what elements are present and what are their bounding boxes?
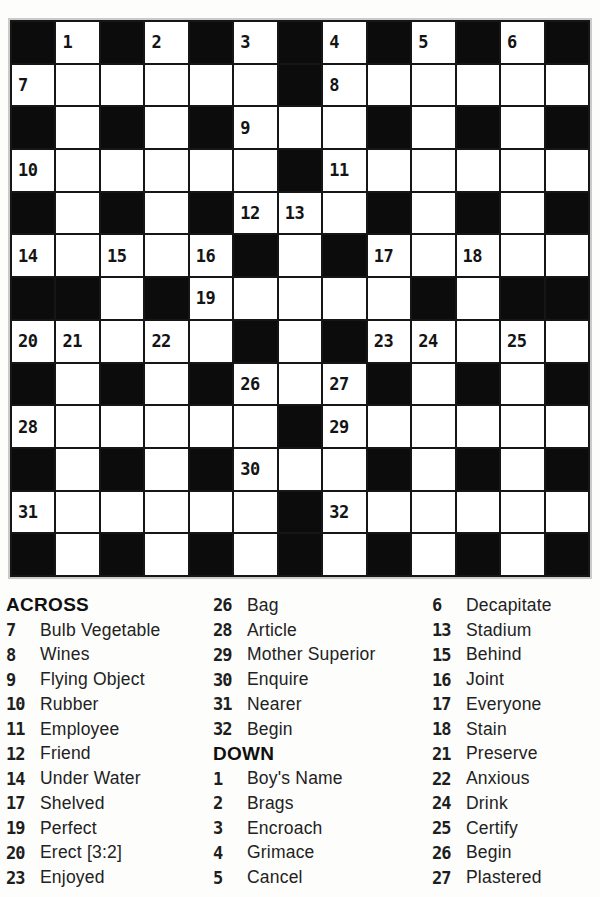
across-header: ACROSS: [6, 594, 89, 616]
cell-r9-c9: [368, 364, 410, 405]
cell-number-9: 9: [240, 118, 250, 138]
cell-r10-c13[interactable]: [546, 406, 588, 447]
cell-r13-c8[interactable]: [323, 534, 365, 575]
cell-r12-c9[interactable]: [368, 492, 410, 533]
clue-number: 8: [6, 645, 40, 665]
cell-r11-c12[interactable]: [501, 449, 543, 490]
clue-text: Plastered: [466, 867, 542, 888]
clue-text: Anxious: [466, 768, 530, 789]
cell-r7-c3[interactable]: [101, 278, 143, 319]
down-clue-24: 24Drink: [432, 791, 598, 816]
clue-number: 16: [432, 670, 466, 690]
clue-number: 31: [213, 694, 247, 714]
cell-r10-c3[interactable]: [101, 406, 143, 447]
cell-r13-c6[interactable]: [234, 534, 276, 575]
clue-text: Begin: [247, 719, 293, 740]
cell-r7-c4: [145, 278, 187, 319]
cell-r2-c10[interactable]: [412, 65, 454, 106]
cell-r4-c13[interactable]: [546, 150, 588, 191]
cell-r4-c5[interactable]: [190, 150, 232, 191]
cell-r7-c12: [501, 278, 543, 319]
cell-number-28: 28: [18, 417, 37, 437]
cell-r13-c10[interactable]: [412, 534, 454, 575]
clue-number: 7: [6, 620, 40, 640]
cell-number-5: 5: [418, 33, 428, 53]
down-clue-26: 26Begin: [432, 841, 598, 866]
across-clue-19: 19Perfect: [6, 816, 212, 841]
across-clue-9: 9Flying Object: [6, 667, 212, 692]
clue-text: Bag: [247, 595, 279, 616]
cell-r9-c2[interactable]: [56, 364, 98, 405]
cell-r5-c2[interactable]: [56, 193, 98, 234]
cell-r5-c1: [12, 193, 54, 234]
across-clue-7: 7Bulb Vegetable: [6, 618, 212, 643]
clue-number: 4: [213, 843, 247, 863]
cell-r3-c7[interactable]: [279, 107, 321, 148]
clue-text: Friend: [40, 743, 91, 764]
cell-r6-c1[interactable]: 14: [12, 235, 54, 276]
cell-r9-c1: [12, 364, 54, 405]
clue-text: Stadium: [466, 620, 532, 641]
down-clue-21: 21Preserve: [432, 742, 598, 767]
cell-r4-c11[interactable]: [457, 150, 499, 191]
cell-r1-c1: [12, 22, 54, 63]
cell-r11-c6[interactable]: 30: [234, 449, 276, 490]
clue-number: 10: [6, 694, 40, 714]
cell-r13-c7: [279, 534, 321, 575]
cell-r13-c4[interactable]: [145, 534, 187, 575]
cell-r11-c9: [368, 449, 410, 490]
cell-r3-c5: [190, 107, 232, 148]
cell-r7-c2: [56, 278, 98, 319]
clue-column-1: ACROSS7Bulb Vegetable8Wines9Flying Objec…: [6, 593, 212, 890]
cell-r3-c10[interactable]: [412, 107, 454, 148]
cell-r10-c1[interactable]: 28: [12, 406, 54, 447]
clue-text: Brags: [247, 793, 294, 814]
cell-r5-c10[interactable]: [412, 193, 454, 234]
cell-number-30: 30: [240, 460, 259, 480]
cell-r5-c6[interactable]: 12: [234, 193, 276, 234]
cell-r2-c9[interactable]: [368, 65, 410, 106]
cell-r12-c4[interactable]: [145, 492, 187, 533]
cell-r9-c7[interactable]: [279, 364, 321, 405]
cell-r7-c6[interactable]: [234, 278, 276, 319]
cell-r5-c12[interactable]: [501, 193, 543, 234]
cell-r1-c6[interactable]: 3: [234, 22, 276, 63]
cell-number-26: 26: [240, 374, 259, 394]
cell-number-6: 6: [507, 33, 517, 53]
cell-r2-c11[interactable]: [457, 65, 499, 106]
cell-r9-c3: [101, 364, 143, 405]
clue-number: 32: [213, 719, 247, 739]
cell-r1-c10[interactable]: 5: [412, 22, 454, 63]
cell-r2-c1[interactable]: 7: [12, 65, 54, 106]
clue-text: Employee: [40, 719, 119, 740]
clue-number: 26: [432, 843, 466, 863]
cell-r11-c7[interactable]: [279, 449, 321, 490]
cell-number-23: 23: [374, 332, 393, 352]
clue-text: Erect [3:2]: [40, 842, 122, 863]
cell-r6-c9[interactable]: 17: [368, 235, 410, 276]
across-clue-8: 8Wines: [6, 643, 212, 668]
cell-r1-c3: [101, 22, 143, 63]
cell-r9-c5: [190, 364, 232, 405]
clue-text: Begin: [466, 842, 512, 863]
cell-r7-c7[interactable]: [279, 278, 321, 319]
cell-r9-c12[interactable]: [501, 364, 543, 405]
clue-text: Wines: [40, 644, 90, 665]
crossword-grid: 1234567891011121314151617181920212223242…: [10, 20, 590, 577]
clue-text: Everyone: [466, 694, 542, 715]
across-clue-20: 20Erect [3:2]: [6, 841, 212, 866]
cell-r2-c2[interactable]: [56, 65, 98, 106]
cell-r11-c1: [12, 449, 54, 490]
cell-number-22: 22: [151, 332, 170, 352]
cell-r2-c3[interactable]: [101, 65, 143, 106]
cell-r10-c5[interactable]: [190, 406, 232, 447]
clue-text: Mother Superior: [247, 644, 375, 665]
cell-r12-c3[interactable]: [101, 492, 143, 533]
clue-text: Decapitate: [466, 595, 552, 616]
clue-number: 15: [432, 645, 466, 665]
cell-r5-c8[interactable]: [323, 193, 365, 234]
cell-r5-c9: [368, 193, 410, 234]
across-clue-29: 29Mother Superior: [213, 643, 427, 668]
cell-r2-c12[interactable]: [501, 65, 543, 106]
cell-number-18: 18: [463, 246, 482, 266]
clue-text: Shelved: [40, 793, 105, 814]
clue-text: Under Water: [40, 768, 141, 789]
cell-r3-c13: [546, 107, 588, 148]
down-clue-1: 1Boy's Name: [213, 766, 427, 791]
cell-r7-c5[interactable]: 19: [190, 278, 232, 319]
clue-number: 23: [6, 868, 40, 888]
cell-r6-c7[interactable]: [279, 235, 321, 276]
cell-r1-c8[interactable]: 4: [323, 22, 365, 63]
clue-number: 22: [432, 769, 466, 789]
cell-r9-c10[interactable]: [412, 364, 454, 405]
cell-r5-c5: [190, 193, 232, 234]
cell-r11-c8[interactable]: [323, 449, 365, 490]
clue-text: Behind: [466, 644, 522, 665]
cell-r10-c7: [279, 406, 321, 447]
clue-number: 29: [213, 645, 247, 665]
cell-r11-c13: [546, 449, 588, 490]
clue-text: Grimace: [247, 842, 315, 863]
cell-r5-c3: [101, 193, 143, 234]
cell-number-16: 16: [196, 246, 215, 266]
down-clue-18: 18Stain: [432, 717, 598, 742]
clue-text: Perfect: [40, 818, 97, 839]
cell-number-29: 29: [329, 417, 348, 437]
cell-r8-c2[interactable]: 21: [56, 321, 98, 362]
down-clue-6: 6Decapitate: [432, 593, 598, 618]
clue-number: 13: [432, 620, 466, 640]
across-clue-12: 12Friend: [6, 742, 212, 767]
cell-r6-c6: [234, 235, 276, 276]
cell-r10-c8[interactable]: 29: [323, 406, 365, 447]
cell-number-21: 21: [62, 332, 81, 352]
cell-r3-c2[interactable]: [56, 107, 98, 148]
cell-r13-c3: [101, 534, 143, 575]
across-clue-30: 30Enquire: [213, 667, 427, 692]
cell-r11-c4[interactable]: [145, 449, 187, 490]
cell-r8-c8: [323, 321, 365, 362]
down-header: DOWN: [213, 743, 274, 765]
cell-number-17: 17: [374, 246, 393, 266]
cell-r11-c10[interactable]: [412, 449, 454, 490]
clue-text: Cancel: [247, 867, 303, 888]
cell-number-8: 8: [329, 75, 339, 95]
cell-r4-c9[interactable]: [368, 150, 410, 191]
cell-r10-c11[interactable]: [457, 406, 499, 447]
clue-number: 2: [213, 793, 247, 813]
cell-r3-c11: [457, 107, 499, 148]
cell-r2-c7: [279, 65, 321, 106]
cell-r4-c7: [279, 150, 321, 191]
cell-r13-c2[interactable]: [56, 534, 98, 575]
clue-text: Enquire: [247, 669, 309, 690]
cell-r5-c13: [546, 193, 588, 234]
clue-column-2: 26Bag28Article29Mother Superior30Enquire…: [213, 593, 427, 890]
down-clue-3: 3Encroach: [213, 816, 427, 841]
clue-number: 17: [432, 694, 466, 714]
clue-text: Encroach: [247, 818, 323, 839]
clue-number: 20: [6, 843, 40, 863]
cell-number-20: 20: [18, 332, 37, 352]
cell-r6-c4[interactable]: [145, 235, 187, 276]
cell-r7-c1: [12, 278, 54, 319]
cell-r8-c9[interactable]: 23: [368, 321, 410, 362]
cell-r8-c10[interactable]: 24: [412, 321, 454, 362]
cell-r12-c11[interactable]: [457, 492, 499, 533]
cell-r7-c9[interactable]: [368, 278, 410, 319]
cell-r4-c12[interactable]: [501, 150, 543, 191]
clue-number: 3: [213, 818, 247, 838]
cell-r6-c2[interactable]: [56, 235, 98, 276]
clue-text: Drink: [466, 793, 508, 814]
cell-r12-c2[interactable]: [56, 492, 98, 533]
cell-r10-c2[interactable]: [56, 406, 98, 447]
cell-r1-c13: [546, 22, 588, 63]
cell-r5-c7[interactable]: 13: [279, 193, 321, 234]
clue-number: 26: [213, 595, 247, 615]
cell-r3-c6[interactable]: 9: [234, 107, 276, 148]
down-clue-4: 4Grimace: [213, 841, 427, 866]
clue-text: Flying Object: [40, 669, 145, 690]
cell-r8-c4[interactable]: 22: [145, 321, 187, 362]
clue-number: 30: [213, 670, 247, 690]
cell-r2-c4[interactable]: [145, 65, 187, 106]
cell-r4-c8[interactable]: 11: [323, 150, 365, 191]
cell-r11-c2[interactable]: [56, 449, 98, 490]
cell-number-2: 2: [151, 33, 161, 53]
cell-r11-c3: [101, 449, 143, 490]
cell-r7-c11[interactable]: [457, 278, 499, 319]
cell-r2-c13[interactable]: [546, 65, 588, 106]
cell-r9-c8[interactable]: 27: [323, 364, 365, 405]
clue-number: 14: [6, 769, 40, 789]
cell-r3-c4[interactable]: [145, 107, 187, 148]
cell-r12-c8[interactable]: 32: [323, 492, 365, 533]
cell-r10-c6[interactable]: [234, 406, 276, 447]
down-clue-25: 25Certify: [432, 816, 598, 841]
cell-r8-c5[interactable]: [190, 321, 232, 362]
cell-number-3: 3: [240, 33, 250, 53]
down-clue-27: 27Plastered: [432, 865, 598, 890]
clue-text: Bulb Vegetable: [40, 620, 161, 641]
clue-number: 28: [213, 620, 247, 640]
cell-r4-c1[interactable]: 10: [12, 150, 54, 191]
cell-r13-c1: [12, 534, 54, 575]
clue-text: Joint: [466, 669, 504, 690]
cell-r11-c5: [190, 449, 232, 490]
cell-number-25: 25: [507, 332, 526, 352]
cell-number-15: 15: [107, 246, 126, 266]
cell-r4-c4[interactable]: [145, 150, 187, 191]
cell-r7-c8[interactable]: [323, 278, 365, 319]
across-clue-23: 23Enjoyed: [6, 865, 212, 890]
cell-number-24: 24: [418, 332, 437, 352]
cell-r6-c10[interactable]: [412, 235, 454, 276]
clue-text: Stain: [466, 719, 507, 740]
cell-r3-c12[interactable]: [501, 107, 543, 148]
cell-r3-c9: [368, 107, 410, 148]
cell-r9-c11: [457, 364, 499, 405]
cell-r9-c13: [546, 364, 588, 405]
cell-r4-c2[interactable]: [56, 150, 98, 191]
cell-number-27: 27: [329, 374, 348, 394]
cell-r12-c10[interactable]: [412, 492, 454, 533]
cell-r12-c12[interactable]: [501, 492, 543, 533]
cell-r9-c4[interactable]: [145, 364, 187, 405]
clue-number: 1: [213, 769, 247, 789]
cell-r10-c9[interactable]: [368, 406, 410, 447]
cell-r13-c12[interactable]: [501, 534, 543, 575]
clue-text: Certify: [466, 818, 518, 839]
cell-r8-c7[interactable]: [279, 321, 321, 362]
cell-r4-c6[interactable]: [234, 150, 276, 191]
clue-number: 18: [432, 719, 466, 739]
clue-number: 24: [432, 793, 466, 813]
down-clue-5: 5Cancel: [213, 865, 427, 890]
down-clue-13: 13Stadium: [432, 618, 598, 643]
cell-r1-c9: [368, 22, 410, 63]
down-clue-22: 22Anxious: [432, 766, 598, 791]
across-clue-26: 26Bag: [213, 593, 427, 618]
cell-r2-c6[interactable]: [234, 65, 276, 106]
cell-r12-c6[interactable]: [234, 492, 276, 533]
cell-r6-c3[interactable]: 15: [101, 235, 143, 276]
down-clue-2: 2Brags: [213, 791, 427, 816]
cell-r13-c13: [546, 534, 588, 575]
cell-r1-c5: [190, 22, 232, 63]
cell-r13-c5: [190, 534, 232, 575]
cell-r6-c12[interactable]: [501, 235, 543, 276]
cell-r1-c2[interactable]: 1: [56, 22, 98, 63]
cell-r8-c13[interactable]: [546, 321, 588, 362]
cell-r4-c3[interactable]: [101, 150, 143, 191]
down-clue-16: 16Joint: [432, 667, 598, 692]
cell-r8-c12[interactable]: 25: [501, 321, 543, 362]
cell-r12-c13[interactable]: [546, 492, 588, 533]
clue-number: 27: [432, 868, 466, 888]
cell-r2-c5[interactable]: [190, 65, 232, 106]
cell-r12-c5[interactable]: [190, 492, 232, 533]
cell-r8-c3[interactable]: [101, 321, 143, 362]
clue-number: 12: [6, 744, 40, 764]
cell-r8-c1[interactable]: 20: [12, 321, 54, 362]
clue-number: 11: [6, 719, 40, 739]
cell-r2-c8[interactable]: 8: [323, 65, 365, 106]
across-clue-11: 11Employee: [6, 717, 212, 742]
cell-r13-c9: [368, 534, 410, 575]
cell-r10-c10[interactable]: [412, 406, 454, 447]
cell-r12-c1[interactable]: 31: [12, 492, 54, 533]
down-clue-17: 17Everyone: [432, 692, 598, 717]
clue-text: Rubber: [40, 694, 99, 715]
across-clue-31: 31Nearer: [213, 692, 427, 717]
cell-r8-c6: [234, 321, 276, 362]
cell-r4-c10[interactable]: [412, 150, 454, 191]
cell-number-10: 10: [18, 161, 37, 181]
cell-r6-c11[interactable]: 18: [457, 235, 499, 276]
clue-number: 9: [6, 670, 40, 690]
cell-number-1: 1: [62, 33, 72, 53]
cell-r6-c5[interactable]: 16: [190, 235, 232, 276]
cell-number-32: 32: [329, 502, 348, 522]
clue-column-3: 6Decapitate13Stadium15Behind16Joint17Eve…: [432, 593, 598, 890]
cell-r11-c11: [457, 449, 499, 490]
cell-r3-c8[interactable]: [323, 107, 365, 148]
cell-r5-c11: [457, 193, 499, 234]
cell-number-31: 31: [18, 502, 37, 522]
cell-r8-c11[interactable]: [457, 321, 499, 362]
clue-number: 5: [213, 868, 247, 888]
clue-number: 25: [432, 818, 466, 838]
cell-r1-c7: [279, 22, 321, 63]
clue-number: 21: [432, 744, 466, 764]
cell-number-4: 4: [329, 33, 339, 53]
clue-text: Enjoyed: [40, 867, 105, 888]
cell-r5-c4[interactable]: [145, 193, 187, 234]
cell-r1-c12[interactable]: 6: [501, 22, 543, 63]
clue-number: 17: [6, 793, 40, 813]
across-clue-10: 10Rubber: [6, 692, 212, 717]
cell-r10-c4[interactable]: [145, 406, 187, 447]
clue-number: 6: [432, 595, 466, 615]
cell-r7-c13: [546, 278, 588, 319]
clue-text: Preserve: [466, 743, 538, 764]
clue-text: Nearer: [247, 694, 302, 715]
cell-r9-c6[interactable]: 26: [234, 364, 276, 405]
cell-r13-c11: [457, 534, 499, 575]
across-clue-14: 14Under Water: [6, 766, 212, 791]
cell-r3-c3: [101, 107, 143, 148]
clue-text: Article: [247, 620, 297, 641]
cell-r7-c10: [412, 278, 454, 319]
cell-r1-c11: [457, 22, 499, 63]
clue-text: Boy's Name: [247, 768, 343, 789]
cell-r10-c12[interactable]: [501, 406, 543, 447]
cell-r1-c4[interactable]: 2: [145, 22, 187, 63]
cell-number-7: 7: [18, 75, 28, 95]
down-clue-15: 15Behind: [432, 643, 598, 668]
cell-number-13: 13: [285, 204, 304, 224]
cell-r6-c13[interactable]: [546, 235, 588, 276]
cell-r6-c8: [323, 235, 365, 276]
across-clue-17: 17Shelved: [6, 791, 212, 816]
